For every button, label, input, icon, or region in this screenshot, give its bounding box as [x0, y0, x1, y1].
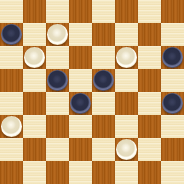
square-e2 [92, 138, 115, 161]
white-man-f2[interactable] [116, 139, 137, 160]
square-b4[interactable] [23, 92, 46, 115]
square-b1 [23, 161, 46, 184]
square-h5 [161, 69, 184, 92]
square-g6 [138, 46, 161, 69]
square-a8 [0, 0, 23, 23]
square-c8 [46, 0, 69, 23]
square-c4 [46, 92, 69, 115]
square-e5[interactable] [92, 69, 115, 92]
square-h1 [161, 161, 184, 184]
square-a2 [0, 138, 23, 161]
square-d3 [69, 115, 92, 138]
black-man-h4[interactable] [162, 93, 183, 114]
square-f4[interactable] [115, 92, 138, 115]
square-g2 [138, 138, 161, 161]
square-a4 [0, 92, 23, 115]
white-man-b6[interactable] [24, 47, 45, 68]
square-d4[interactable] [69, 92, 92, 115]
square-a3[interactable] [0, 115, 23, 138]
square-f7 [115, 23, 138, 46]
white-man-a3[interactable] [1, 116, 22, 137]
square-c7[interactable] [46, 23, 69, 46]
square-h6[interactable] [161, 46, 184, 69]
square-h4[interactable] [161, 92, 184, 115]
square-h3 [161, 115, 184, 138]
white-man-f6[interactable] [116, 47, 137, 68]
square-d2[interactable] [69, 138, 92, 161]
white-man-c7[interactable] [47, 24, 68, 45]
square-g3[interactable] [138, 115, 161, 138]
black-man-a7[interactable] [1, 24, 22, 45]
square-c1[interactable] [46, 161, 69, 184]
square-g8 [138, 0, 161, 23]
square-c5[interactable] [46, 69, 69, 92]
square-f3 [115, 115, 138, 138]
square-e4 [92, 92, 115, 115]
black-man-c5[interactable] [47, 70, 68, 91]
square-d7 [69, 23, 92, 46]
square-c2 [46, 138, 69, 161]
square-b5 [23, 69, 46, 92]
square-d6[interactable] [69, 46, 92, 69]
square-d5 [69, 69, 92, 92]
checkers-board [0, 0, 184, 184]
square-f2[interactable] [115, 138, 138, 161]
square-b2[interactable] [23, 138, 46, 161]
square-b8[interactable] [23, 0, 46, 23]
square-f1 [115, 161, 138, 184]
square-h8[interactable] [161, 0, 184, 23]
square-a1[interactable] [0, 161, 23, 184]
square-a5[interactable] [0, 69, 23, 92]
square-a7[interactable] [0, 23, 23, 46]
square-g7[interactable] [138, 23, 161, 46]
square-a6 [0, 46, 23, 69]
square-e6 [92, 46, 115, 69]
square-g1[interactable] [138, 161, 161, 184]
square-h2[interactable] [161, 138, 184, 161]
square-c3[interactable] [46, 115, 69, 138]
square-d8[interactable] [69, 0, 92, 23]
square-c6 [46, 46, 69, 69]
square-b6[interactable] [23, 46, 46, 69]
square-e1[interactable] [92, 161, 115, 184]
square-e3[interactable] [92, 115, 115, 138]
black-man-e5[interactable] [93, 70, 114, 91]
square-b7 [23, 23, 46, 46]
square-g5[interactable] [138, 69, 161, 92]
square-e8 [92, 0, 115, 23]
square-f5 [115, 69, 138, 92]
square-f6[interactable] [115, 46, 138, 69]
square-e7[interactable] [92, 23, 115, 46]
square-b3 [23, 115, 46, 138]
black-man-d4[interactable] [70, 93, 91, 114]
black-man-h6[interactable] [162, 47, 183, 68]
square-h7 [161, 23, 184, 46]
square-d1 [69, 161, 92, 184]
square-g4 [138, 92, 161, 115]
square-f8[interactable] [115, 0, 138, 23]
